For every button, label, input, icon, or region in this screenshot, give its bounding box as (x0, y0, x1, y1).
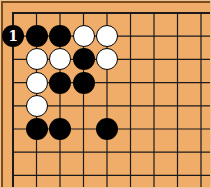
stone-black (49, 118, 71, 140)
stone-white (26, 95, 48, 117)
go-board-diagram: 1 (0, 0, 211, 188)
stone-layer: 1 (0, 0, 211, 188)
stone-white (26, 48, 48, 70)
stone-black (96, 118, 118, 140)
stone-black-move-1: 1 (2, 25, 24, 47)
stone-black (49, 72, 71, 94)
stone-black (26, 25, 48, 47)
stone-white (96, 48, 118, 70)
stone-white (96, 25, 118, 47)
stone-black (26, 118, 48, 140)
stone-black (73, 48, 95, 70)
stone-white (49, 48, 71, 70)
move-number-label: 1 (8, 29, 18, 43)
stone-white (73, 25, 95, 47)
stone-black (49, 25, 71, 47)
stone-white (26, 72, 48, 94)
stone-black (73, 72, 95, 94)
